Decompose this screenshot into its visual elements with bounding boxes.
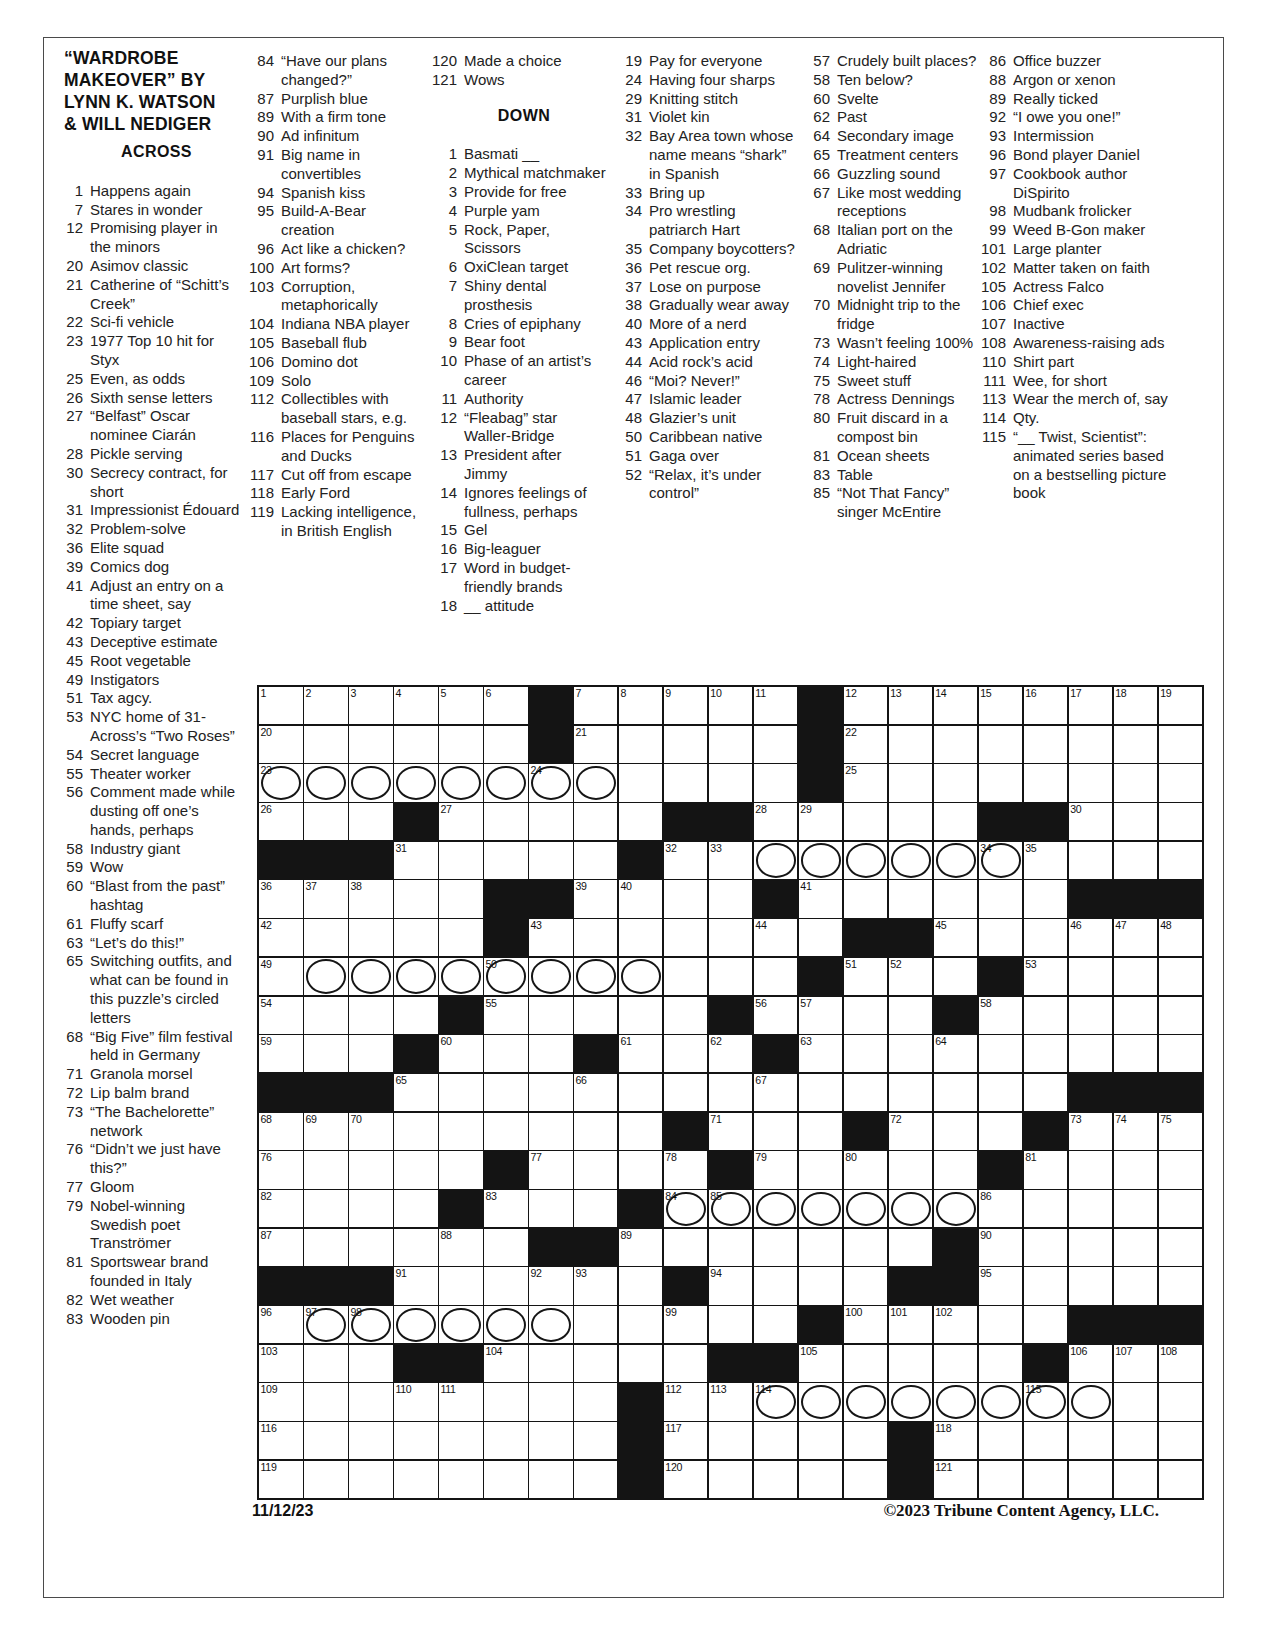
grid-cell[interactable]: 3 [349, 687, 393, 724]
grid-cell[interactable]: 38 [349, 880, 393, 917]
grid-cell[interactable] [574, 842, 618, 879]
grid-cell[interactable]: 77 [529, 1151, 573, 1188]
grid-cell[interactable]: 114 [754, 1383, 798, 1420]
grid-cell[interactable] [1069, 1383, 1113, 1420]
grid-cell[interactable]: 48 [1159, 919, 1203, 956]
grid-cell[interactable] [349, 726, 393, 763]
grid-cell[interactable] [709, 958, 753, 995]
grid-cell[interactable]: 51 [844, 958, 888, 995]
grid-cell[interactable] [349, 919, 393, 956]
grid-cell[interactable]: 60 [439, 1035, 483, 1072]
grid-cell[interactable]: 83 [484, 1190, 528, 1227]
grid-cell[interactable] [1069, 842, 1113, 879]
grid-cell[interactable] [844, 842, 888, 879]
grid-cell[interactable] [439, 1422, 483, 1459]
grid-cell[interactable]: 18 [1114, 687, 1158, 724]
grid-cell[interactable] [529, 1461, 573, 1498]
grid-cell[interactable] [574, 1345, 618, 1382]
grid-cell[interactable] [799, 1422, 843, 1459]
grid-cell[interactable]: 29 [799, 803, 843, 840]
grid-cell[interactable] [754, 764, 798, 801]
grid-cell[interactable] [1159, 1422, 1203, 1459]
grid-cell[interactable] [754, 1461, 798, 1498]
grid-cell[interactable]: 13 [889, 687, 933, 724]
grid-cell[interactable] [619, 1113, 663, 1150]
grid-cell[interactable] [754, 1422, 798, 1459]
grid-cell[interactable] [304, 958, 348, 995]
grid-cell[interactable] [934, 1151, 978, 1188]
grid-cell[interactable] [304, 1151, 348, 1188]
grid-cell[interactable] [394, 1190, 438, 1227]
grid-cell[interactable] [754, 842, 798, 879]
grid-cell[interactable]: 120 [664, 1461, 708, 1498]
grid-cell[interactable] [394, 1422, 438, 1459]
grid-cell[interactable]: 44 [754, 919, 798, 956]
grid-cell[interactable]: 26 [259, 803, 303, 840]
grid-cell[interactable]: 108 [1159, 1345, 1203, 1382]
grid-cell[interactable]: 76 [259, 1151, 303, 1188]
grid-cell[interactable]: 39 [574, 880, 618, 917]
grid-cell[interactable] [1114, 1035, 1158, 1072]
grid-cell[interactable] [394, 880, 438, 917]
grid-cell[interactable] [619, 1151, 663, 1188]
grid-cell[interactable] [1024, 1074, 1068, 1111]
grid-cell[interactable] [1159, 997, 1203, 1034]
grid-cell[interactable] [1024, 1461, 1068, 1498]
grid-cell[interactable] [1114, 997, 1158, 1034]
grid-cell[interactable]: 68 [259, 1113, 303, 1150]
grid-cell[interactable] [1114, 1267, 1158, 1304]
grid-cell[interactable] [484, 1113, 528, 1150]
grid-cell[interactable]: 72 [889, 1113, 933, 1150]
grid-cell[interactable]: 35 [1024, 842, 1068, 879]
grid-cell[interactable] [1069, 997, 1113, 1034]
grid-cell[interactable] [1069, 1422, 1113, 1459]
grid-cell[interactable] [1024, 1267, 1068, 1304]
grid-cell[interactable] [439, 1267, 483, 1304]
grid-cell[interactable]: 12 [844, 687, 888, 724]
grid-cell[interactable] [619, 726, 663, 763]
grid-cell[interactable] [619, 919, 663, 956]
grid-cell[interactable] [754, 1229, 798, 1266]
grid-cell[interactable] [619, 958, 663, 995]
grid-cell[interactable] [754, 726, 798, 763]
grid-cell[interactable]: 55 [484, 997, 528, 1034]
grid-cell[interactable]: 31 [394, 842, 438, 879]
grid-cell[interactable] [439, 764, 483, 801]
grid-cell[interactable] [1024, 726, 1068, 763]
grid-cell[interactable]: 17 [1069, 687, 1113, 724]
grid-cell[interactable]: 4 [394, 687, 438, 724]
grid-cell[interactable] [484, 1074, 528, 1111]
grid-cell[interactable]: 105 [799, 1345, 843, 1382]
grid-cell[interactable] [1114, 958, 1158, 995]
grid-cell[interactable] [799, 1190, 843, 1227]
grid-cell[interactable]: 40 [619, 880, 663, 917]
grid-cell[interactable] [844, 997, 888, 1034]
grid-cell[interactable] [799, 919, 843, 956]
grid-cell[interactable]: 107 [1114, 1345, 1158, 1382]
grid-cell[interactable] [1069, 1190, 1113, 1227]
grid-cell[interactable] [754, 958, 798, 995]
grid-cell[interactable] [484, 803, 528, 840]
grid-cell[interactable] [934, 1383, 978, 1420]
grid-cell[interactable]: 75 [1159, 1113, 1203, 1150]
grid-cell[interactable] [574, 919, 618, 956]
grid-cell[interactable]: 36 [259, 880, 303, 917]
grid-cell[interactable] [979, 1306, 1023, 1343]
grid-cell[interactable] [304, 1229, 348, 1266]
grid-cell[interactable] [754, 1267, 798, 1304]
grid-cell[interactable] [844, 1035, 888, 1072]
grid-cell[interactable] [439, 1113, 483, 1150]
grid-cell[interactable] [529, 1035, 573, 1072]
grid-cell[interactable]: 115 [1024, 1383, 1068, 1420]
grid-cell[interactable]: 98 [349, 1306, 393, 1343]
grid-cell[interactable]: 25 [844, 764, 888, 801]
grid-cell[interactable]: 96 [259, 1306, 303, 1343]
grid-cell[interactable]: 27 [439, 803, 483, 840]
grid-cell[interactable] [484, 1461, 528, 1498]
grid-cell[interactable] [979, 1345, 1023, 1382]
grid-cell[interactable] [529, 1345, 573, 1382]
grid-cell[interactable] [304, 997, 348, 1034]
grid-cell[interactable] [1114, 803, 1158, 840]
grid-cell[interactable] [394, 1461, 438, 1498]
grid-cell[interactable]: 67 [754, 1074, 798, 1111]
grid-cell[interactable] [439, 842, 483, 879]
grid-cell[interactable] [1159, 1383, 1203, 1420]
grid-cell[interactable] [574, 997, 618, 1034]
grid-cell[interactable] [934, 958, 978, 995]
grid-cell[interactable] [844, 1461, 888, 1498]
grid-cell[interactable]: 117 [664, 1422, 708, 1459]
grid-cell[interactable] [349, 1190, 393, 1227]
grid-cell[interactable]: 47 [1114, 919, 1158, 956]
grid-cell[interactable] [394, 919, 438, 956]
grid-cell[interactable] [754, 1306, 798, 1343]
grid-cell[interactable] [1159, 803, 1203, 840]
grid-cell[interactable]: 85 [709, 1190, 753, 1227]
grid-cell[interactable] [934, 1113, 978, 1150]
grid-cell[interactable] [574, 1151, 618, 1188]
grid-cell[interactable]: 87 [259, 1229, 303, 1266]
grid-cell[interactable]: 30 [1069, 803, 1113, 840]
grid-cell[interactable] [799, 1461, 843, 1498]
grid-cell[interactable] [529, 1383, 573, 1420]
grid-cell[interactable] [1069, 764, 1113, 801]
grid-cell[interactable]: 97 [304, 1306, 348, 1343]
grid-cell[interactable]: 118 [934, 1422, 978, 1459]
grid-cell[interactable] [1024, 880, 1068, 917]
grid-cell[interactable]: 19 [1159, 687, 1203, 724]
grid-cell[interactable]: 34 [979, 842, 1023, 879]
grid-cell[interactable]: 95 [979, 1267, 1023, 1304]
grid-cell[interactable] [1114, 1383, 1158, 1420]
grid-cell[interactable] [889, 997, 933, 1034]
grid-cell[interactable]: 79 [754, 1151, 798, 1188]
grid-cell[interactable] [664, 997, 708, 1034]
grid-cell[interactable] [349, 1035, 393, 1072]
grid-cell[interactable] [889, 1074, 933, 1111]
grid-cell[interactable]: 112 [664, 1383, 708, 1420]
grid-cell[interactable] [574, 1306, 618, 1343]
grid-cell[interactable]: 37 [304, 880, 348, 917]
grid-cell[interactable] [1069, 1229, 1113, 1266]
grid-cell[interactable] [979, 1113, 1023, 1150]
grid-cell[interactable] [1024, 1306, 1068, 1343]
grid-cell[interactable]: 7 [574, 687, 618, 724]
grid-cell[interactable] [1024, 1229, 1068, 1266]
grid-cell[interactable]: 64 [934, 1035, 978, 1072]
grid-cell[interactable] [1024, 997, 1068, 1034]
grid-cell[interactable] [889, 803, 933, 840]
grid-cell[interactable] [484, 1422, 528, 1459]
grid-cell[interactable] [574, 803, 618, 840]
grid-cell[interactable] [1069, 1461, 1113, 1498]
grid-cell[interactable]: 103 [259, 1345, 303, 1382]
grid-cell[interactable] [349, 1229, 393, 1266]
grid-cell[interactable]: 69 [304, 1113, 348, 1150]
grid-cell[interactable] [844, 1345, 888, 1382]
grid-cell[interactable] [844, 880, 888, 917]
grid-cell[interactable] [619, 1345, 663, 1382]
grid-cell[interactable]: 113 [709, 1383, 753, 1420]
grid-cell[interactable]: 110 [394, 1383, 438, 1420]
grid-cell[interactable] [529, 1074, 573, 1111]
grid-cell[interactable]: 11 [754, 687, 798, 724]
grid-cell[interactable] [439, 1306, 483, 1343]
grid-cell[interactable]: 93 [574, 1267, 618, 1304]
grid-cell[interactable] [709, 1461, 753, 1498]
grid-cell[interactable]: 6 [484, 687, 528, 724]
grid-cell[interactable] [799, 1229, 843, 1266]
grid-cell[interactable] [484, 1383, 528, 1420]
grid-cell[interactable] [394, 1151, 438, 1188]
grid-cell[interactable]: 111 [439, 1383, 483, 1420]
grid-cell[interactable] [799, 842, 843, 879]
grid-cell[interactable] [349, 1383, 393, 1420]
grid-cell[interactable] [394, 764, 438, 801]
grid-cell[interactable]: 32 [664, 842, 708, 879]
grid-cell[interactable] [1159, 726, 1203, 763]
grid-cell[interactable] [1069, 726, 1113, 763]
grid-cell[interactable]: 10 [709, 687, 753, 724]
grid-cell[interactable] [304, 1383, 348, 1420]
grid-cell[interactable] [304, 803, 348, 840]
grid-cell[interactable] [529, 1113, 573, 1150]
grid-cell[interactable] [889, 1190, 933, 1227]
grid-cell[interactable] [1159, 1151, 1203, 1188]
grid-cell[interactable]: 21 [574, 726, 618, 763]
grid-cell[interactable] [484, 842, 528, 879]
grid-cell[interactable] [1024, 1190, 1068, 1227]
grid-cell[interactable] [709, 1422, 753, 1459]
grid-cell[interactable] [304, 1190, 348, 1227]
grid-cell[interactable] [304, 1035, 348, 1072]
grid-cell[interactable] [664, 958, 708, 995]
grid-cell[interactable]: 22 [844, 726, 888, 763]
grid-cell[interactable] [1159, 764, 1203, 801]
grid-cell[interactable] [304, 1345, 348, 1382]
grid-cell[interactable] [1114, 1229, 1158, 1266]
grid-cell[interactable]: 119 [259, 1461, 303, 1498]
grid-cell[interactable] [484, 1306, 528, 1343]
grid-cell[interactable]: 28 [754, 803, 798, 840]
grid-cell[interactable]: 121 [934, 1461, 978, 1498]
grid-cell[interactable] [349, 803, 393, 840]
grid-cell[interactable] [844, 1074, 888, 1111]
grid-cell[interactable] [844, 1190, 888, 1227]
grid-cell[interactable]: 41 [799, 880, 843, 917]
grid-cell[interactable] [1159, 1267, 1203, 1304]
grid-cell[interactable] [1114, 764, 1158, 801]
grid-cell[interactable] [349, 764, 393, 801]
grid-cell[interactable]: 84 [664, 1190, 708, 1227]
grid-cell[interactable] [439, 1151, 483, 1188]
grid-cell[interactable] [304, 919, 348, 956]
grid-cell[interactable]: 33 [709, 842, 753, 879]
grid-cell[interactable]: 23 [259, 764, 303, 801]
grid-cell[interactable]: 1 [259, 687, 303, 724]
grid-cell[interactable] [1114, 726, 1158, 763]
grid-cell[interactable]: 70 [349, 1113, 393, 1150]
grid-cell[interactable] [664, 726, 708, 763]
grid-cell[interactable] [664, 1035, 708, 1072]
grid-cell[interactable] [979, 1035, 1023, 1072]
grid-cell[interactable] [1069, 958, 1113, 995]
grid-cell[interactable]: 5 [439, 687, 483, 724]
grid-cell[interactable] [799, 1113, 843, 1150]
grid-cell[interactable] [799, 1267, 843, 1304]
grid-cell[interactable] [1024, 919, 1068, 956]
grid-cell[interactable]: 57 [799, 997, 843, 1034]
grid-cell[interactable] [934, 1190, 978, 1227]
grid-cell[interactable] [1024, 1035, 1068, 1072]
grid-cell[interactable] [619, 764, 663, 801]
grid-cell[interactable] [664, 1074, 708, 1111]
grid-cell[interactable] [349, 958, 393, 995]
grid-cell[interactable] [394, 958, 438, 995]
grid-cell[interactable]: 9 [664, 687, 708, 724]
grid-cell[interactable] [889, 1151, 933, 1188]
grid-cell[interactable] [574, 1190, 618, 1227]
grid-cell[interactable] [1159, 1229, 1203, 1266]
grid-cell[interactable] [529, 1306, 573, 1343]
grid-cell[interactable] [1159, 842, 1203, 879]
grid-cell[interactable] [439, 958, 483, 995]
grid-cell[interactable] [799, 1151, 843, 1188]
grid-cell[interactable] [439, 880, 483, 917]
grid-cell[interactable] [619, 1306, 663, 1343]
grid-cell[interactable] [529, 803, 573, 840]
grid-cell[interactable] [349, 997, 393, 1034]
grid-cell[interactable] [484, 1267, 528, 1304]
grid-cell[interactable]: 16 [1024, 687, 1068, 724]
grid-cell[interactable] [1114, 1151, 1158, 1188]
grid-cell[interactable] [484, 764, 528, 801]
grid-cell[interactable] [529, 997, 573, 1034]
grid-cell[interactable]: 106 [1069, 1345, 1113, 1382]
grid-cell[interactable] [889, 764, 933, 801]
grid-cell[interactable] [1024, 1422, 1068, 1459]
grid-cell[interactable] [304, 1422, 348, 1459]
grid-cell[interactable] [889, 1345, 933, 1382]
grid-cell[interactable] [574, 764, 618, 801]
grid-cell[interactable]: 65 [394, 1074, 438, 1111]
grid-cell[interactable] [1159, 958, 1203, 995]
grid-cell[interactable]: 66 [574, 1074, 618, 1111]
grid-cell[interactable] [529, 1190, 573, 1227]
grid-cell[interactable] [844, 1383, 888, 1420]
grid-cell[interactable] [394, 1229, 438, 1266]
grid-cell[interactable] [349, 1151, 393, 1188]
grid-cell[interactable] [619, 1074, 663, 1111]
grid-cell[interactable] [304, 726, 348, 763]
grid-cell[interactable]: 89 [619, 1229, 663, 1266]
grid-cell[interactable]: 14 [934, 687, 978, 724]
grid-cell[interactable]: 8 [619, 687, 663, 724]
grid-cell[interactable] [619, 997, 663, 1034]
grid-cell[interactable]: 104 [484, 1345, 528, 1382]
grid-cell[interactable]: 100 [844, 1306, 888, 1343]
grid-cell[interactable]: 90 [979, 1229, 1023, 1266]
grid-cell[interactable] [844, 1422, 888, 1459]
grid-cell[interactable] [304, 1461, 348, 1498]
grid-cell[interactable] [394, 997, 438, 1034]
grid-cell[interactable] [709, 919, 753, 956]
grid-cell[interactable]: 94 [709, 1267, 753, 1304]
grid-cell[interactable] [484, 1035, 528, 1072]
grid-cell[interactable] [394, 1113, 438, 1150]
grid-cell[interactable]: 78 [664, 1151, 708, 1188]
grid-cell[interactable] [934, 1345, 978, 1382]
grid-cell[interactable] [934, 726, 978, 763]
grid-cell[interactable] [304, 764, 348, 801]
grid-cell[interactable] [574, 1461, 618, 1498]
grid-cell[interactable]: 82 [259, 1190, 303, 1227]
grid-cell[interactable]: 49 [259, 958, 303, 995]
grid-cell[interactable]: 101 [889, 1306, 933, 1343]
grid-cell[interactable] [979, 1074, 1023, 1111]
grid-cell[interactable] [439, 1461, 483, 1498]
grid-cell[interactable] [709, 1074, 753, 1111]
grid-cell[interactable] [934, 1074, 978, 1111]
grid-cell[interactable]: 73 [1069, 1113, 1113, 1150]
grid-cell[interactable]: 63 [799, 1035, 843, 1072]
grid-cell[interactable] [799, 1383, 843, 1420]
grid-cell[interactable]: 56 [754, 997, 798, 1034]
grid-cell[interactable] [664, 919, 708, 956]
grid-cell[interactable] [1159, 1190, 1203, 1227]
grid-cell[interactable]: 50 [484, 958, 528, 995]
grid-cell[interactable] [889, 726, 933, 763]
grid-cell[interactable]: 46 [1069, 919, 1113, 956]
grid-cell[interactable]: 2 [304, 687, 348, 724]
grid-cell[interactable] [754, 1113, 798, 1150]
grid-cell[interactable]: 52 [889, 958, 933, 995]
grid-cell[interactable] [979, 1461, 1023, 1498]
grid-cell[interactable]: 42 [259, 919, 303, 956]
grid-cell[interactable] [349, 1461, 393, 1498]
grid-cell[interactable] [709, 726, 753, 763]
grid-cell[interactable] [889, 1035, 933, 1072]
grid-cell[interactable]: 81 [1024, 1151, 1068, 1188]
grid-cell[interactable] [979, 1422, 1023, 1459]
grid-cell[interactable] [1069, 1267, 1113, 1304]
grid-cell[interactable] [574, 958, 618, 995]
grid-cell[interactable] [709, 880, 753, 917]
